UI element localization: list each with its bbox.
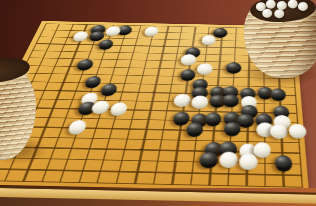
black-stone[interactable]: [204, 113, 222, 127]
white-stone[interactable]: [196, 63, 212, 75]
black-stone[interactable]: [179, 69, 196, 81]
white-stone[interactable]: [173, 94, 191, 107]
black-stone[interactable]: [83, 76, 103, 88]
black-stone[interactable]: [270, 88, 286, 101]
black-stone[interactable]: [222, 94, 239, 107]
star-point: [139, 148, 143, 150]
bowl-white-stone: [274, 9, 284, 19]
bowl-white-stone: [262, 9, 272, 19]
photo-scene: [0, 0, 316, 206]
white-stone[interactable]: [143, 26, 159, 36]
white-stone[interactable]: [239, 154, 257, 171]
bowl-white-stone: [265, 0, 275, 9]
black-stone[interactable]: [99, 84, 119, 97]
black-stone[interactable]: [97, 39, 115, 50]
white-stone[interactable]: [270, 124, 288, 139]
white-stone[interactable]: [289, 124, 307, 139]
star-point: [58, 89, 62, 91]
white-stone[interactable]: [72, 32, 90, 42]
black-stone[interactable]: [185, 123, 204, 138]
black-stone[interactable]: [172, 111, 191, 125]
white-stone[interactable]: [108, 102, 128, 116]
star-point: [152, 91, 156, 93]
white-stone[interactable]: [191, 95, 209, 108]
bowl-white-stone: [288, 0, 298, 9]
white-stone[interactable]: [67, 120, 89, 135]
star-point: [77, 43, 81, 45]
black-stone[interactable]: [223, 121, 241, 136]
black-stone[interactable]: [199, 152, 218, 169]
black-stone[interactable]: [75, 59, 94, 71]
star-point: [162, 45, 165, 47]
white-stone[interactable]: [219, 152, 238, 169]
white-stone[interactable]: [253, 142, 271, 158]
white-stone[interactable]: [201, 35, 216, 45]
black-stone[interactable]: [213, 28, 228, 38]
black-stone[interactable]: [274, 155, 293, 172]
black-stone[interactable]: [226, 62, 242, 74]
bowl-white-stone: [298, 2, 308, 12]
white-stone[interactable]: [180, 54, 196, 65]
